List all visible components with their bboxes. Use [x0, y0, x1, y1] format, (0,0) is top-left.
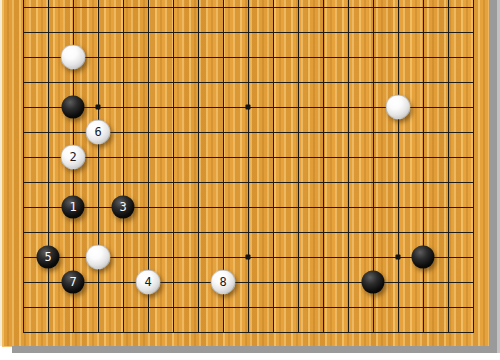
stone-black-E6-move-3[interactable]: 3 [112, 196, 135, 219]
stone-black-P3[interactable] [362, 271, 385, 294]
stone-white-J3-move-8[interactable]: 8 [211, 270, 236, 295]
stone-white-D4[interactable] [86, 245, 111, 270]
page-background: 62135748 [0, 0, 500, 360]
stone-black-C3-move-7[interactable]: 7 [62, 271, 85, 294]
stone-black-C6-move-1[interactable]: 1 [62, 196, 85, 219]
panel-shadow-right [489, 0, 497, 353]
stone-white-D9-move-6[interactable]: 6 [86, 120, 111, 145]
stone-black-B4-move-5[interactable]: 5 [37, 246, 60, 269]
stone-black-C10[interactable] [62, 96, 85, 119]
stone-white-F3-move-4[interactable]: 4 [136, 270, 161, 295]
panel-edge-left [0, 0, 2, 346]
stone-white-Q10[interactable] [386, 95, 411, 120]
panel-shadow-bottom [12, 346, 497, 353]
stone-black-R4[interactable] [412, 246, 435, 269]
stone-white-C12[interactable] [61, 45, 86, 70]
stone-white-C8-move-2[interactable]: 2 [61, 145, 86, 170]
